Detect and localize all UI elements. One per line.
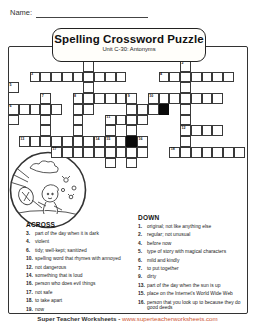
grid-cell[interactable]	[62, 136, 73, 147]
grid-cell[interactable]	[83, 104, 94, 115]
grid-cell[interactable]	[105, 158, 116, 169]
grid-cell[interactable]: 14	[94, 136, 105, 147]
grid-cell[interactable]	[180, 72, 191, 83]
grid-cell[interactable]	[83, 147, 94, 158]
grid-cell[interactable]	[191, 72, 202, 83]
grid-cell[interactable]	[94, 72, 105, 83]
grid-cell[interactable]	[159, 93, 170, 104]
grid-cell[interactable]	[202, 93, 213, 104]
grid-cell[interactable]	[40, 115, 51, 126]
grid-cell[interactable]: 15	[105, 136, 116, 147]
grid-cell[interactable]	[180, 147, 191, 158]
grid-cell[interactable]: 9	[126, 93, 137, 104]
grid-cell[interactable]: 13	[19, 136, 30, 147]
clue-item-text: spelling word that rhymes with annoyed	[35, 256, 126, 262]
grid-cell[interactable]	[148, 104, 159, 115]
clue-item-text: before now	[147, 241, 244, 247]
clue-item-number: 12.	[26, 265, 35, 271]
grid-cell[interactable]	[51, 136, 62, 147]
grid-cell[interactable]	[51, 72, 62, 83]
clue-number: 9	[128, 94, 130, 99]
grid-cell[interactable]: 10	[148, 93, 159, 104]
clue-number: 8	[74, 94, 76, 99]
clue-number: 4	[160, 72, 162, 77]
clue-item: 17.not safe	[26, 290, 126, 296]
worksheet-page: Name: Spelling Crossword Puzzle Unit C-3…	[0, 0, 255, 330]
grid-cell[interactable]	[40, 136, 51, 147]
across-clues-section: ACROSS 3.part of the day when it is dark…	[26, 221, 126, 315]
grid-cell[interactable]	[73, 72, 84, 83]
grid-cell[interactable]	[83, 72, 94, 83]
clue-item-text: place on the Internet's World Wide Web	[147, 291, 244, 297]
clue-item: 7.to put together	[138, 266, 244, 272]
grid-cell[interactable]	[83, 136, 94, 147]
grid-cell[interactable]	[30, 104, 41, 115]
grid-cell[interactable]	[212, 72, 223, 83]
name-label: Name:	[10, 8, 32, 17]
grid-cell[interactable]	[202, 72, 213, 83]
grid-cell[interactable]: 4	[159, 72, 170, 83]
clue-item-text: part of the day when it is dark	[35, 231, 126, 237]
clue-item-number: 6.	[26, 248, 35, 254]
down-header: DOWN	[138, 214, 244, 221]
grid-cell[interactable]	[223, 147, 234, 158]
clue-item: 2.regular; not unusual	[138, 232, 244, 238]
grid-cell[interactable]: 18	[169, 147, 180, 158]
grid-cell[interactable]: 2	[180, 61, 191, 72]
grid-cell[interactable]	[126, 115, 137, 126]
clue-item-number: 16.	[138, 300, 147, 311]
grid-cell[interactable]	[212, 147, 223, 158]
clue-number: 11	[106, 115, 110, 120]
clue-item-number: 5.	[138, 249, 147, 255]
grid-cell[interactable]	[180, 104, 191, 115]
grid-cell[interactable]	[73, 136, 84, 147]
clue-number: 15	[106, 137, 110, 142]
clue-item: 14.something that is loud	[26, 273, 126, 279]
grid-cell[interactable]	[212, 93, 223, 104]
clue-item: 18.to take apart	[26, 298, 126, 304]
grid-cell[interactable]: 3	[30, 72, 41, 83]
grid-cell[interactable]: 17	[51, 147, 62, 158]
clue-item-number: 10.	[26, 256, 35, 262]
clue-item: 10.spelling word that rhymes with annoye…	[26, 256, 126, 262]
grid-cell[interactable]: 16	[137, 136, 148, 147]
clue-number: 5	[10, 83, 12, 88]
clue-item-text: mild and kindly	[147, 258, 244, 264]
clue-number: 14	[96, 137, 100, 142]
clue-item-number: 19.	[26, 307, 35, 313]
clue-item-text: to put together	[147, 266, 244, 272]
grid-cell[interactable]	[202, 125, 213, 136]
grid-cell[interactable]	[180, 115, 191, 126]
clue-item-text: something that is loud	[35, 273, 126, 279]
clue-item: 1.original; not like anything else	[138, 224, 244, 230]
grid-cell-black	[159, 104, 170, 115]
clue-number: 13	[20, 137, 24, 142]
clue-number: 10	[149, 94, 153, 99]
grid-cell[interactable]	[169, 93, 180, 104]
grid-cell[interactable]	[105, 72, 116, 83]
clue-item: 4.violent	[26, 239, 126, 245]
grid-cell[interactable]	[191, 93, 202, 104]
grid-cell[interactable]: 8	[73, 93, 84, 104]
clue-item-number: 6.	[138, 258, 147, 264]
clue-number: 2	[182, 61, 184, 66]
clue-item-text: tidy; well-kept; sanitized	[35, 248, 126, 254]
clue-item-number: 4.	[138, 241, 147, 247]
grid-cell[interactable]	[51, 104, 62, 115]
clue-number: 18	[171, 147, 175, 152]
clue-number: 16	[139, 137, 143, 142]
clue-item-number: 16.	[26, 281, 35, 287]
grid-cell[interactable]	[116, 72, 127, 83]
grid-cell[interactable]	[180, 136, 191, 147]
grid-cell[interactable]	[105, 125, 116, 136]
clue-item-text: now	[35, 307, 126, 313]
clue-number: 12	[182, 126, 186, 131]
down-clues-section: DOWN 1.original; not like anything else2…	[138, 214, 244, 314]
grid-cell-black	[126, 136, 137, 147]
clue-number: 7	[42, 94, 44, 99]
clue-item-number: 14.	[26, 273, 35, 279]
grid-cell[interactable]	[169, 72, 180, 83]
across-clue-list: 3.part of the day when it is dark4.viole…	[26, 231, 126, 312]
grid-cell[interactable]	[73, 115, 84, 126]
clue-item-number: 7.	[138, 266, 147, 272]
clue-item-text: regular; not unusual	[147, 232, 244, 238]
grid-cell[interactable]	[137, 147, 148, 158]
clue-item-number: 13.	[138, 283, 147, 289]
clue-item: 13.part of the day when the sun is up	[138, 283, 244, 289]
title-box: Spelling Crossword Puzzle Unit C-30: Ant…	[52, 28, 206, 62]
bug-catching-illustration	[8, 150, 88, 230]
grid-cell[interactable]	[212, 125, 223, 136]
grid-cell[interactable]	[105, 93, 116, 104]
clue-item-text: person who does evil things	[35, 281, 126, 287]
grid-cell[interactable]	[83, 61, 94, 72]
grid-cell[interactable]: 11	[105, 115, 116, 126]
grid-cell[interactable]	[73, 125, 84, 136]
grid-cell[interactable]	[116, 136, 127, 147]
clue-item-text: not dangerous	[35, 265, 126, 271]
clue-item-text: violent	[35, 239, 126, 245]
clue-item: 3.part of the day when it is dark	[26, 231, 126, 237]
clue-item-number: 9.	[138, 274, 147, 280]
clue-item-number: 2.	[138, 232, 147, 238]
clue-number: 6	[10, 104, 12, 109]
grid-cell[interactable]: 12	[180, 125, 191, 136]
grid-cell[interactable]	[180, 93, 191, 104]
grid-cell[interactable]	[83, 93, 94, 104]
grid-cell[interactable]	[223, 72, 234, 83]
clue-item-text: person that you look up to because they …	[147, 300, 244, 311]
clue-item: 16.person who does evil things	[26, 281, 126, 287]
page-subtitle: Unit C-30: Antonyms	[53, 46, 205, 52]
grid-cell[interactable]	[40, 104, 51, 115]
footer-url[interactable]: www.superteacherworksheets.com	[122, 315, 218, 322]
clue-item: 5.type of story with magical characters	[138, 249, 244, 255]
grid-cell[interactable]	[126, 125, 137, 136]
footer-site-name: Super Teacher Worksheets -	[37, 315, 122, 322]
down-clue-list: 1.original; not like anything else2.regu…	[138, 224, 244, 311]
grid-cell[interactable]: 7	[40, 93, 51, 104]
grid-cell[interactable]	[73, 147, 84, 158]
grid-cell[interactable]	[116, 115, 127, 126]
grid-cell[interactable]: 5	[8, 82, 19, 93]
clue-item-text: part of the day when the sun is up	[147, 283, 244, 289]
clue-item: 4.before now	[138, 241, 244, 247]
grid-cell[interactable]: 6	[8, 104, 19, 115]
grid-cell[interactable]	[126, 104, 137, 115]
clue-item: 16.person that you look up to because th…	[138, 300, 244, 311]
clue-number: 17	[53, 147, 57, 152]
clue-number: 3	[31, 72, 33, 77]
grid-cell[interactable]	[126, 158, 137, 169]
clue-item-text: original; not like anything else	[147, 224, 244, 230]
clue-item: 15.place on the Internet's World Wide We…	[138, 291, 244, 297]
grid-cell[interactable]	[83, 82, 94, 93]
grid-cell[interactable]	[137, 104, 148, 115]
grid-cell[interactable]	[234, 147, 245, 158]
grid-cell[interactable]	[73, 104, 84, 115]
grid-cell[interactable]	[94, 93, 105, 104]
clue-item: 6.mild and kindly	[138, 258, 244, 264]
grid-cell[interactable]	[191, 125, 202, 136]
grid-cell[interactable]	[40, 72, 51, 83]
grid-cell[interactable]	[94, 147, 105, 158]
grid-cell[interactable]	[30, 136, 41, 147]
across-header: ACROSS	[26, 221, 126, 228]
footer: Super Teacher Worksheets - www.superteac…	[0, 315, 255, 322]
clue-item: 9.dirty	[138, 274, 244, 280]
grid-cell[interactable]	[137, 115, 148, 126]
grid-cell[interactable]	[105, 147, 116, 158]
clue-item-number: 18.	[26, 298, 35, 304]
clue-item-number: 15.	[138, 291, 147, 297]
clue-item-text: dirty	[147, 274, 244, 280]
clue-item-text: not safe	[35, 290, 126, 296]
clue-item: 6.tidy; well-kept; sanitized	[26, 248, 126, 254]
clue-item-number: 4.	[26, 239, 35, 245]
grid-cell[interactable]	[62, 147, 73, 158]
grid-cell[interactable]	[116, 93, 127, 104]
name-input-line[interactable]	[36, 16, 148, 18]
clue-item: 19.now	[26, 307, 126, 313]
clue-item-text: type of story with magical characters	[147, 249, 244, 255]
clue-item-text: to take apart	[35, 298, 126, 304]
grid-cell[interactable]	[62, 72, 73, 83]
page-title: Spelling Crossword Puzzle	[53, 33, 205, 45]
clue-item-number: 3.	[26, 231, 35, 237]
grid-cell[interactable]	[8, 115, 19, 126]
grid-cell[interactable]	[40, 125, 51, 136]
grid-cell[interactable]	[116, 147, 127, 158]
grid-cell[interactable]	[19, 104, 30, 115]
grid-cell[interactable]	[180, 82, 191, 93]
grid-cell[interactable]	[202, 147, 213, 158]
clue-item: 12.not dangerous	[26, 265, 126, 271]
clue-item-number: 1.	[138, 224, 147, 230]
clue-item-number: 17.	[26, 290, 35, 296]
grid-cell[interactable]	[126, 147, 137, 158]
grid-cell[interactable]	[191, 147, 202, 158]
